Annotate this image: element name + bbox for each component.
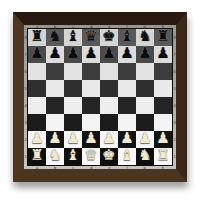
coord-label: e	[108, 166, 110, 169]
piece-white-bishop: ♝	[120, 148, 133, 163]
square-g5[interactable]	[136, 80, 154, 97]
coord-label: d	[90, 166, 92, 169]
square-e5[interactable]	[100, 80, 118, 97]
square-h7[interactable]: ♟	[154, 46, 172, 63]
coord-label: 1	[173, 155, 175, 158]
piece-black-pawn: ♟	[84, 46, 97, 61]
coord-label: b	[54, 166, 56, 169]
coord-label: 8	[173, 36, 175, 39]
piece-white-king: ♚	[102, 148, 115, 163]
square-b6[interactable]	[46, 63, 64, 80]
square-c6[interactable]	[64, 63, 82, 80]
piece-white-rook: ♜	[30, 148, 43, 163]
square-a1[interactable]: ♜	[28, 148, 46, 165]
metal-border: abcdefgh abcdefgh 87654321 87654321 ♜♞♝♛…	[24, 25, 176, 169]
rank-labels-right: 87654321	[173, 29, 176, 165]
square-c1[interactable]: ♝	[64, 148, 82, 165]
square-f7[interactable]: ♟	[118, 46, 136, 63]
piece-black-bishop: ♝	[66, 29, 79, 44]
square-f5[interactable]	[118, 80, 136, 97]
square-c5[interactable]	[64, 80, 82, 97]
square-a4[interactable]	[28, 97, 46, 114]
square-b4[interactable]	[46, 97, 64, 114]
piece-black-pawn: ♟	[66, 46, 79, 61]
piece-white-pawn: ♟	[138, 131, 151, 146]
piece-black-pawn: ♟	[102, 46, 115, 61]
square-e4[interactable]	[100, 97, 118, 114]
square-e7[interactable]: ♟	[100, 46, 118, 63]
square-e6[interactable]	[100, 63, 118, 80]
square-a7[interactable]: ♟	[28, 46, 46, 63]
piece-white-pawn: ♟	[156, 131, 169, 146]
piece-black-pawn: ♟	[30, 46, 43, 61]
square-h4[interactable]	[154, 97, 172, 114]
square-d6[interactable]	[82, 63, 100, 80]
coord-label: c	[72, 166, 74, 169]
piece-white-knight: ♞	[48, 148, 61, 163]
square-f6[interactable]	[118, 63, 136, 80]
coord-label: 2	[173, 138, 175, 141]
piece-white-queen: ♛	[84, 148, 97, 163]
coord-label: h	[162, 166, 164, 169]
piece-white-pawn: ♟	[120, 131, 133, 146]
piece-black-knight: ♞	[48, 29, 61, 44]
piece-black-knight: ♞	[138, 29, 151, 44]
square-d7[interactable]: ♟	[82, 46, 100, 63]
piece-white-pawn: ♟	[102, 131, 115, 146]
square-c4[interactable]	[64, 97, 82, 114]
square-a5[interactable]	[28, 80, 46, 97]
piece-black-pawn: ♟	[120, 46, 133, 61]
board-photo: abcdefgh abcdefgh 87654321 87654321 ♜♞♝♛…	[13, 12, 187, 182]
square-h1[interactable]: ♜	[154, 148, 172, 165]
square-e1[interactable]: ♚	[100, 148, 118, 165]
square-d5[interactable]	[82, 80, 100, 97]
piece-white-pawn: ♟	[30, 131, 43, 146]
coord-label: 6	[173, 70, 175, 73]
coord-label: f	[127, 166, 128, 169]
square-b5[interactable]	[46, 80, 64, 97]
square-b1[interactable]: ♞	[46, 148, 64, 165]
square-f4[interactable]	[118, 97, 136, 114]
coord-label: a	[36, 166, 38, 169]
coord-label: g	[144, 166, 146, 169]
square-g7[interactable]: ♟	[136, 46, 154, 63]
piece-white-knight: ♞	[138, 148, 151, 163]
piece-white-rook: ♜	[156, 148, 169, 163]
piece-black-queen: ♛	[84, 29, 97, 44]
coord-label: 4	[173, 104, 175, 107]
square-g1[interactable]: ♞	[136, 148, 154, 165]
piece-white-pawn: ♟	[48, 131, 61, 146]
square-g6[interactable]	[136, 63, 154, 80]
piece-black-pawn: ♟	[48, 46, 61, 61]
square-a6[interactable]	[28, 63, 46, 80]
wood-frame: abcdefgh abcdefgh 87654321 87654321 ♜♞♝♛…	[13, 12, 187, 182]
square-d1[interactable]: ♛	[82, 148, 100, 165]
piece-white-pawn: ♟	[66, 131, 79, 146]
square-g4[interactable]	[136, 97, 154, 114]
square-d4[interactable]	[82, 97, 100, 114]
piece-black-rook: ♜	[156, 29, 169, 44]
piece-black-king: ♚	[102, 29, 115, 44]
square-h6[interactable]	[154, 63, 172, 80]
coord-label: 7	[173, 53, 175, 56]
square-h5[interactable]	[154, 80, 172, 97]
square-f1[interactable]: ♝	[118, 148, 136, 165]
coord-label: 3	[173, 121, 175, 124]
piece-black-pawn: ♟	[138, 46, 151, 61]
coord-label: 5	[173, 87, 175, 90]
piece-black-rook: ♜	[30, 29, 43, 44]
square-c7[interactable]: ♟	[64, 46, 82, 63]
piece-black-bishop: ♝	[120, 29, 133, 44]
file-labels-bottom: abcdefgh	[28, 166, 172, 169]
piece-white-pawn: ♟	[84, 131, 97, 146]
chess-board: ♜♞♝♛♚♝♞♜♟♟♟♟♟♟♟♟♟♟♟♟♟♟♟♟♜♞♝♛♚♝♞♜	[27, 28, 173, 166]
piece-white-bishop: ♝	[66, 148, 79, 163]
piece-black-pawn: ♟	[156, 46, 169, 61]
square-b7[interactable]: ♟	[46, 46, 64, 63]
